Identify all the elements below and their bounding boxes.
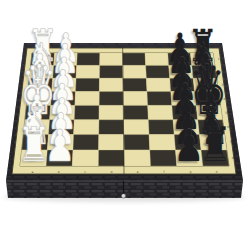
hinge-pin (121, 194, 125, 198)
piece-shadow (203, 142, 218, 146)
board-square (146, 65, 170, 78)
piece-shadow (50, 142, 65, 146)
board-square (99, 120, 124, 135)
piece-shadow (55, 59, 70, 63)
piece-shadow (195, 85, 210, 89)
piece-shadow (194, 72, 209, 76)
rank-label: 6 (227, 125, 229, 129)
board-square (146, 78, 170, 91)
chess-board: abcdefgh12345678 (0, 0, 250, 250)
piece-shadow (52, 112, 67, 116)
board-square (76, 78, 100, 91)
piece-shadow (177, 142, 192, 146)
board-square (124, 150, 150, 166)
board-square (72, 150, 98, 166)
board-square (28, 78, 53, 91)
file-label: b (58, 170, 60, 174)
board-square (123, 53, 146, 65)
board-square (99, 78, 123, 91)
board-square (123, 92, 148, 106)
piece-shadow (31, 72, 46, 76)
rank-label: 7 (229, 140, 231, 144)
board-square (52, 78, 76, 91)
piece-shadow (169, 59, 184, 63)
chess-set-photo: abcdefgh12345678 ♜♟♟♜♞♟♟♞♝♟♟♝♛♟♟♛♚♟♟♚♝♟♟… (0, 0, 250, 250)
board-square (99, 105, 124, 119)
piece-shadow (53, 98, 68, 102)
board-square (170, 78, 195, 91)
piece-shadow (171, 72, 186, 76)
board-square (192, 65, 217, 78)
piece-shadow (54, 85, 69, 89)
piece-shadow (30, 85, 45, 89)
board-square (53, 65, 77, 78)
board-square (123, 65, 147, 78)
piece-shadow (51, 127, 66, 131)
piece-shadow (192, 59, 207, 63)
piece-shadow (201, 127, 216, 131)
piece-shadow (199, 112, 214, 116)
piece-shadow (173, 98, 188, 102)
file-label: h (216, 170, 218, 174)
board-square (148, 120, 174, 135)
board-square (29, 65, 53, 78)
board-square (150, 150, 177, 166)
rank-label: 3 (221, 83, 223, 87)
piece-shadow (32, 59, 47, 63)
piece-shadow (197, 98, 212, 102)
board-square (124, 135, 150, 150)
board-square (100, 65, 123, 78)
piece-shadow (179, 158, 194, 162)
board-square (99, 135, 125, 150)
piece-shadow (205, 158, 220, 162)
board-square (123, 78, 147, 91)
piece-shadow (26, 127, 41, 131)
board-square (74, 105, 99, 119)
file-label: e (137, 170, 139, 174)
board-square (147, 92, 172, 106)
board-square (169, 65, 194, 78)
file-label: a (32, 170, 34, 174)
rank-label: 8 (232, 156, 234, 160)
rank-label: 5 (225, 111, 227, 115)
piece-shadow (28, 112, 43, 116)
board-square (100, 53, 123, 65)
board-square (123, 105, 148, 119)
piece-shadow (54, 72, 69, 76)
board-square (98, 150, 124, 166)
piece-shadow (49, 158, 64, 162)
board-square (99, 92, 123, 106)
piece-shadow (172, 85, 187, 89)
piece-shadow (25, 142, 40, 146)
piece-shadow (29, 98, 44, 102)
piece-shadow (23, 158, 38, 162)
rank-label: 4 (223, 97, 225, 101)
file-label: d (111, 170, 113, 174)
board-square (124, 120, 149, 135)
board-square (74, 120, 99, 135)
board-square (73, 135, 99, 150)
board-square (77, 53, 100, 65)
piece-shadow (176, 127, 191, 131)
board-square (75, 92, 100, 106)
board-square (76, 65, 100, 78)
rank-label: 1 (218, 57, 220, 61)
board-square (193, 78, 218, 91)
board-square (148, 105, 173, 119)
file-label: g (189, 170, 191, 174)
board-square (149, 135, 175, 150)
rank-label: 2 (220, 70, 222, 74)
board-square (145, 53, 169, 65)
piece-shadow (174, 112, 189, 116)
